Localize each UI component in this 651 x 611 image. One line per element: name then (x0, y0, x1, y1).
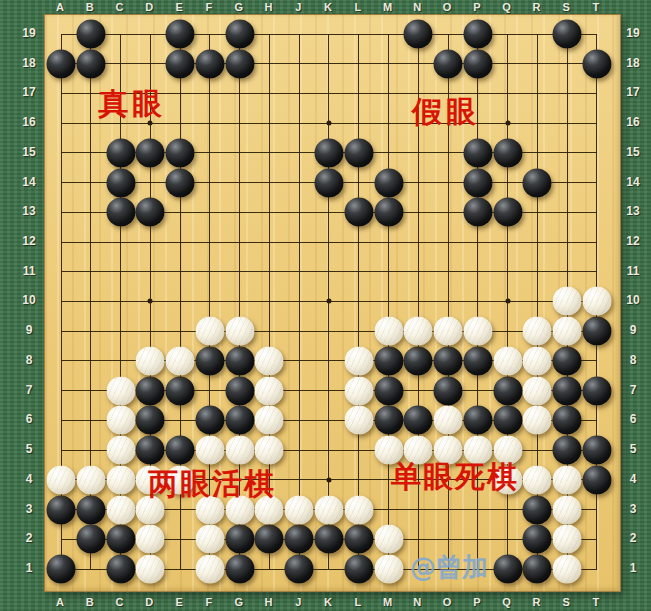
white-stone[interactable] (344, 495, 373, 524)
white-stone[interactable] (106, 436, 135, 465)
black-stone[interactable] (582, 376, 611, 405)
black-stone[interactable] (47, 49, 76, 78)
black-stone[interactable] (166, 436, 195, 465)
white-stone[interactable] (344, 376, 373, 405)
black-stone[interactable] (166, 168, 195, 197)
column-label-bottom: A (56, 596, 64, 608)
black-stone[interactable] (225, 406, 254, 435)
black-stone[interactable] (314, 525, 343, 554)
row-label-left: 7 (26, 383, 33, 397)
white-stone[interactable] (523, 346, 552, 375)
white-stone[interactable] (106, 495, 135, 524)
column-label-bottom: S (563, 596, 570, 608)
white-stone[interactable] (195, 525, 224, 554)
black-stone[interactable] (553, 376, 582, 405)
black-stone[interactable] (166, 49, 195, 78)
column-label-bottom: Q (502, 596, 511, 608)
star-point (148, 121, 153, 126)
column-label-bottom: R (532, 596, 540, 608)
white-stone[interactable] (106, 376, 135, 405)
black-stone[interactable] (553, 20, 582, 49)
white-stone[interactable] (582, 287, 611, 316)
column-label-top: A (56, 1, 64, 13)
column-label-top: J (295, 1, 301, 13)
row-label-left: 18 (22, 56, 35, 70)
white-stone[interactable] (255, 346, 284, 375)
black-stone[interactable] (166, 138, 195, 167)
star-point (326, 299, 331, 304)
row-label-right: 8 (630, 353, 637, 367)
column-label-bottom: M (383, 596, 392, 608)
column-label-top: P (473, 1, 480, 13)
column-label-top: R (532, 1, 540, 13)
annotation-label: 假眼 (412, 97, 480, 127)
black-stone[interactable] (523, 525, 552, 554)
row-label-right: 6 (630, 412, 637, 426)
star-point (505, 299, 510, 304)
black-stone[interactable] (136, 436, 165, 465)
column-label-bottom: P (473, 596, 480, 608)
black-stone[interactable] (344, 554, 373, 583)
row-label-right: 3 (630, 502, 637, 516)
annotation-label: 真眼 (98, 89, 166, 119)
black-stone[interactable] (374, 406, 403, 435)
white-stone[interactable] (166, 346, 195, 375)
black-stone[interactable] (225, 49, 254, 78)
black-stone[interactable] (493, 376, 522, 405)
watermark: @曾加 (410, 550, 488, 585)
white-stone[interactable] (523, 465, 552, 494)
black-stone[interactable] (314, 138, 343, 167)
black-stone[interactable] (434, 49, 463, 78)
black-stone[interactable] (136, 198, 165, 227)
white-stone[interactable] (225, 317, 254, 346)
row-label-right: 12 (626, 234, 639, 248)
black-stone[interactable] (404, 406, 433, 435)
white-stone[interactable] (255, 376, 284, 405)
black-stone[interactable] (106, 525, 135, 554)
column-label-bottom: J (295, 596, 301, 608)
column-label-top: E (175, 1, 182, 13)
white-stone[interactable] (344, 346, 373, 375)
column-label-top: G (234, 1, 243, 13)
black-stone[interactable] (493, 198, 522, 227)
row-label-left: 16 (22, 115, 35, 129)
column-label-bottom: T (593, 596, 600, 608)
white-stone[interactable] (404, 317, 433, 346)
black-stone[interactable] (47, 554, 76, 583)
column-label-bottom: E (175, 596, 182, 608)
row-label-right: 17 (626, 85, 639, 99)
white-stone[interactable] (553, 287, 582, 316)
row-label-left: 17 (22, 85, 35, 99)
black-stone[interactable] (344, 198, 373, 227)
column-label-top: B (86, 1, 94, 13)
row-label-right: 19 (626, 26, 639, 40)
black-stone[interactable] (106, 138, 135, 167)
white-stone[interactable] (225, 436, 254, 465)
white-stone[interactable] (255, 436, 284, 465)
black-stone[interactable] (344, 525, 373, 554)
black-stone[interactable] (285, 554, 314, 583)
black-stone[interactable] (463, 406, 492, 435)
black-stone[interactable] (493, 554, 522, 583)
column-label-top: N (413, 1, 421, 13)
black-stone[interactable] (76, 525, 105, 554)
column-label-top: O (443, 1, 452, 13)
column-label-bottom: D (145, 596, 153, 608)
row-label-right: 5 (630, 442, 637, 456)
black-stone[interactable] (166, 376, 195, 405)
black-stone[interactable] (76, 495, 105, 524)
column-label-bottom: G (234, 596, 243, 608)
white-stone[interactable] (553, 554, 582, 583)
black-stone[interactable] (225, 346, 254, 375)
white-stone[interactable] (553, 317, 582, 346)
black-stone[interactable] (463, 138, 492, 167)
row-label-right: 11 (627, 264, 640, 278)
grid-line-vertical (358, 34, 359, 569)
black-stone[interactable] (434, 376, 463, 405)
column-label-top: K (324, 1, 332, 13)
row-label-left: 3 (26, 502, 33, 516)
column-label-top: M (383, 1, 392, 13)
white-stone[interactable] (47, 465, 76, 494)
row-label-left: 11 (23, 264, 36, 278)
black-stone[interactable] (582, 49, 611, 78)
row-label-right: 18 (626, 56, 639, 70)
column-label-top: F (206, 1, 213, 13)
black-stone[interactable] (314, 168, 343, 197)
column-label-top: T (593, 1, 600, 13)
row-label-right: 9 (630, 323, 637, 337)
black-stone[interactable] (582, 465, 611, 494)
white-stone[interactable] (553, 465, 582, 494)
black-stone[interactable] (136, 406, 165, 435)
black-stone[interactable] (76, 49, 105, 78)
white-stone[interactable] (76, 465, 105, 494)
white-stone[interactable] (344, 406, 373, 435)
column-label-bottom: H (264, 596, 272, 608)
white-stone[interactable] (255, 406, 284, 435)
white-stone[interactable] (314, 495, 343, 524)
row-label-left: 13 (22, 204, 35, 218)
black-stone[interactable] (404, 20, 433, 49)
row-label-right: 16 (626, 115, 639, 129)
column-label-top: H (264, 1, 272, 13)
white-stone[interactable] (195, 317, 224, 346)
white-stone[interactable] (463, 317, 492, 346)
star-point (148, 299, 153, 304)
black-stone[interactable] (225, 525, 254, 554)
row-label-left: 14 (22, 175, 35, 189)
white-stone[interactable] (374, 317, 403, 346)
white-stone[interactable] (106, 406, 135, 435)
white-stone[interactable] (195, 436, 224, 465)
row-label-right: 14 (626, 175, 639, 189)
black-stone[interactable] (404, 346, 433, 375)
white-stone[interactable] (285, 495, 314, 524)
black-stone[interactable] (523, 495, 552, 524)
black-stone[interactable] (166, 20, 195, 49)
column-label-bottom: B (86, 596, 94, 608)
white-stone[interactable] (106, 465, 135, 494)
row-label-left: 1 (26, 561, 33, 575)
column-label-bottom: F (206, 596, 213, 608)
black-stone[interactable] (47, 495, 76, 524)
row-label-right: 1 (630, 561, 637, 575)
black-stone[interactable] (344, 138, 373, 167)
white-stone[interactable] (553, 525, 582, 554)
white-stone[interactable] (523, 376, 552, 405)
black-stone[interactable] (553, 346, 582, 375)
column-label-top: Q (502, 1, 511, 13)
row-label-left: 8 (26, 353, 33, 367)
black-stone[interactable] (463, 168, 492, 197)
annotation-label: 两眼活棋 (148, 469, 276, 499)
row-label-right: 4 (630, 472, 637, 486)
row-label-right: 2 (630, 531, 637, 545)
black-stone[interactable] (374, 198, 403, 227)
row-label-left: 19 (22, 26, 35, 40)
black-stone[interactable] (553, 436, 582, 465)
column-label-bottom: K (324, 596, 332, 608)
go-diagram: AABBCCDDEEFFGGHHJJKKLLMMNNOOPPQQRRSSTT19… (0, 0, 651, 611)
black-stone[interactable] (76, 20, 105, 49)
white-stone[interactable] (493, 346, 522, 375)
star-point (326, 121, 331, 126)
grid-line-horizontal (61, 331, 597, 332)
row-label-left: 2 (26, 531, 33, 545)
white-stone[interactable] (374, 554, 403, 583)
black-stone[interactable] (463, 49, 492, 78)
row-label-right: 13 (626, 204, 639, 218)
row-label-right: 15 (626, 145, 639, 159)
annotation-label: 单眼死棋 (391, 462, 519, 492)
white-stone[interactable] (553, 495, 582, 524)
black-stone[interactable] (582, 317, 611, 346)
black-stone[interactable] (463, 20, 492, 49)
row-label-left: 12 (22, 234, 35, 248)
white-stone[interactable] (136, 346, 165, 375)
column-label-bottom: L (354, 596, 361, 608)
row-label-left: 10 (22, 293, 35, 307)
column-label-top: C (116, 1, 124, 13)
white-stone[interactable] (136, 554, 165, 583)
black-stone[interactable] (493, 406, 522, 435)
row-label-right: 10 (626, 293, 639, 307)
star-point (505, 121, 510, 126)
black-stone[interactable] (374, 376, 403, 405)
column-label-top: L (354, 1, 361, 13)
row-label-left: 9 (26, 323, 33, 337)
row-label-left: 4 (26, 472, 33, 486)
column-label-bottom: O (443, 596, 452, 608)
black-stone[interactable] (106, 554, 135, 583)
row-label-left: 15 (22, 145, 35, 159)
black-stone[interactable] (463, 346, 492, 375)
column-label-top: S (563, 1, 570, 13)
black-stone[interactable] (225, 376, 254, 405)
column-label-bottom: N (413, 596, 421, 608)
black-stone[interactable] (136, 138, 165, 167)
column-label-top: D (145, 1, 153, 13)
row-label-right: 7 (630, 383, 637, 397)
black-stone[interactable] (106, 168, 135, 197)
black-stone[interactable] (523, 554, 552, 583)
black-stone[interactable] (582, 436, 611, 465)
black-stone[interactable] (106, 198, 135, 227)
white-stone[interactable] (136, 525, 165, 554)
white-stone[interactable] (434, 406, 463, 435)
row-label-left: 6 (26, 412, 33, 426)
black-stone[interactable] (463, 198, 492, 227)
row-label-left: 5 (26, 442, 33, 456)
black-stone[interactable] (225, 20, 254, 49)
black-stone[interactable] (553, 406, 582, 435)
white-stone[interactable] (434, 317, 463, 346)
black-stone[interactable] (493, 138, 522, 167)
black-stone[interactable] (195, 49, 224, 78)
black-stone[interactable] (434, 346, 463, 375)
white-stone[interactable] (523, 317, 552, 346)
black-stone[interactable] (374, 168, 403, 197)
column-label-bottom: C (116, 596, 124, 608)
white-stone[interactable] (523, 406, 552, 435)
white-stone[interactable] (195, 554, 224, 583)
black-stone[interactable] (285, 525, 314, 554)
star-point (326, 477, 331, 482)
white-stone[interactable] (374, 525, 403, 554)
black-stone[interactable] (225, 554, 254, 583)
grid-line-vertical (388, 34, 389, 569)
black-stone[interactable] (195, 406, 224, 435)
black-stone[interactable] (523, 168, 552, 197)
black-stone[interactable] (195, 346, 224, 375)
black-stone[interactable] (136, 376, 165, 405)
black-stone[interactable] (255, 525, 284, 554)
black-stone[interactable] (374, 346, 403, 375)
